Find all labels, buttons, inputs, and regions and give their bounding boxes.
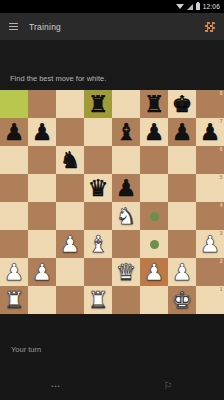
piece-black-pawn[interactable]: ♟ bbox=[28, 118, 56, 146]
square-h6[interactable]: 6 bbox=[196, 146, 224, 174]
square-b6[interactable] bbox=[28, 146, 56, 174]
page-title: Training bbox=[29, 22, 61, 32]
piece-black-rook[interactable]: ♜ bbox=[140, 90, 168, 118]
square-g5[interactable] bbox=[168, 174, 196, 202]
square-f4[interactable] bbox=[140, 202, 168, 230]
square-d3[interactable]: ♝ bbox=[84, 230, 112, 258]
square-f6[interactable] bbox=[140, 146, 168, 174]
battery-icon bbox=[196, 3, 200, 10]
piece-black-knight[interactable]: ♞ bbox=[56, 146, 84, 174]
square-d2[interactable] bbox=[84, 258, 112, 286]
square-h4[interactable]: 4 bbox=[196, 202, 224, 230]
square-e3[interactable] bbox=[112, 230, 140, 258]
chess-board[interactable]: ♜♜♚8♟♟♝♟♟7♟♞6♛♟5♞4♟♝3♟♟♟♛♟♟2♜♜♚1 bbox=[0, 90, 224, 314]
piece-black-pawn[interactable]: ♟ bbox=[168, 118, 196, 146]
piece-white-king[interactable]: ♚ bbox=[168, 286, 196, 314]
flag-icon[interactable]: ⚐ bbox=[164, 381, 173, 391]
square-e8[interactable] bbox=[112, 90, 140, 118]
piece-black-pawn[interactable]: ♟ bbox=[112, 174, 140, 202]
more-options-icon[interactable]: ••• bbox=[51, 383, 60, 389]
piece-white-knight[interactable]: ♞ bbox=[112, 202, 140, 230]
coord-rank-7: 7 bbox=[220, 119, 223, 124]
square-d5[interactable]: ♛ bbox=[84, 174, 112, 202]
piece-black-pawn[interactable]: ♟ bbox=[0, 118, 28, 146]
move-hint-dot-f3[interactable] bbox=[150, 240, 159, 249]
square-f2[interactable]: ♟ bbox=[140, 258, 168, 286]
piece-white-pawn[interactable]: ♟ bbox=[0, 258, 28, 286]
piece-black-bishop[interactable]: ♝ bbox=[112, 118, 140, 146]
square-e6[interactable] bbox=[112, 146, 140, 174]
piece-black-queen[interactable]: ♛ bbox=[84, 174, 112, 202]
square-g3[interactable] bbox=[168, 230, 196, 258]
square-d4[interactable] bbox=[84, 202, 112, 230]
square-e5[interactable]: ♟ bbox=[112, 174, 140, 202]
square-e2[interactable]: ♛ bbox=[112, 258, 140, 286]
piece-black-king[interactable]: ♚ bbox=[168, 90, 196, 118]
coord-rank-1: 1 bbox=[220, 287, 223, 292]
square-c4[interactable] bbox=[56, 202, 84, 230]
move-hint-dot-f4[interactable] bbox=[150, 212, 159, 221]
piece-black-pawn[interactable]: ♟ bbox=[140, 118, 168, 146]
piece-black-rook[interactable]: ♜ bbox=[84, 90, 112, 118]
coord-rank-2: 2 bbox=[220, 259, 223, 264]
bottom-toolbar: ••• ⚐ bbox=[0, 372, 224, 400]
square-h2[interactable]: 2 bbox=[196, 258, 224, 286]
square-f8[interactable]: ♜ bbox=[140, 90, 168, 118]
piece-white-pawn[interactable]: ♟ bbox=[56, 230, 84, 258]
square-c8[interactable] bbox=[56, 90, 84, 118]
square-b2[interactable]: ♟ bbox=[28, 258, 56, 286]
square-g4[interactable] bbox=[168, 202, 196, 230]
square-e7[interactable]: ♝ bbox=[112, 118, 140, 146]
square-b4[interactable] bbox=[28, 202, 56, 230]
square-g6[interactable] bbox=[168, 146, 196, 174]
square-d6[interactable] bbox=[84, 146, 112, 174]
piece-white-bishop[interactable]: ♝ bbox=[84, 230, 112, 258]
app-bar: Training bbox=[0, 13, 224, 40]
coord-rank-8: 8 bbox=[220, 91, 223, 96]
coord-rank-4: 4 bbox=[220, 203, 223, 208]
status-panel: Your turn ••• ⚐ bbox=[0, 314, 224, 400]
piece-white-rook[interactable]: ♜ bbox=[0, 286, 28, 314]
puzzle-prompt-area: Find the best move for white. bbox=[0, 40, 224, 90]
piece-white-rook[interactable]: ♜ bbox=[84, 286, 112, 314]
square-g2[interactable]: ♟ bbox=[168, 258, 196, 286]
square-b8[interactable] bbox=[28, 90, 56, 118]
coord-rank-5: 5 bbox=[220, 175, 223, 180]
square-d1[interactable]: ♜ bbox=[84, 286, 112, 314]
square-c3[interactable]: ♟ bbox=[56, 230, 84, 258]
square-b7[interactable]: ♟ bbox=[28, 118, 56, 146]
turn-indicator: Your turn bbox=[11, 345, 41, 354]
square-d7[interactable] bbox=[84, 118, 112, 146]
square-a5[interactable] bbox=[0, 174, 28, 202]
puzzle-prompt: Find the best move for white. bbox=[10, 74, 106, 83]
square-c7[interactable] bbox=[56, 118, 84, 146]
square-f1[interactable] bbox=[140, 286, 168, 314]
square-c1[interactable] bbox=[56, 286, 84, 314]
square-h7[interactable]: 7♟ bbox=[196, 118, 224, 146]
coord-rank-6: 6 bbox=[220, 147, 223, 152]
piece-white-pawn[interactable]: ♟ bbox=[140, 258, 168, 286]
piece-white-queen[interactable]: ♛ bbox=[112, 258, 140, 286]
square-h3[interactable]: 3♟ bbox=[196, 230, 224, 258]
wifi-icon bbox=[176, 4, 184, 9]
square-h8[interactable]: 8 bbox=[196, 90, 224, 118]
square-g1[interactable]: ♚ bbox=[168, 286, 196, 314]
square-b1[interactable] bbox=[28, 286, 56, 314]
square-c6[interactable]: ♞ bbox=[56, 146, 84, 174]
status-bar: 12:06 bbox=[0, 0, 224, 13]
square-e4[interactable]: ♞ bbox=[112, 202, 140, 230]
status-time: 12:06 bbox=[203, 3, 220, 10]
square-a2[interactable]: ♟ bbox=[0, 258, 28, 286]
square-g7[interactable]: ♟ bbox=[168, 118, 196, 146]
square-h5[interactable]: 5 bbox=[196, 174, 224, 202]
square-b3[interactable] bbox=[28, 230, 56, 258]
square-c2[interactable] bbox=[56, 258, 84, 286]
square-c5[interactable] bbox=[56, 174, 84, 202]
square-e1[interactable] bbox=[112, 286, 140, 314]
square-g8[interactable]: ♚ bbox=[168, 90, 196, 118]
square-a6[interactable] bbox=[0, 146, 28, 174]
square-f7[interactable]: ♟ bbox=[140, 118, 168, 146]
square-h1[interactable]: 1 bbox=[196, 286, 224, 314]
square-a4[interactable] bbox=[0, 202, 28, 230]
piece-white-pawn[interactable]: ♟ bbox=[168, 258, 196, 286]
signal-icon bbox=[187, 4, 193, 10]
square-a1[interactable]: ♜ bbox=[0, 286, 28, 314]
square-f5[interactable] bbox=[140, 174, 168, 202]
coord-rank-3: 3 bbox=[220, 231, 223, 236]
board-settings-icon[interactable] bbox=[205, 22, 215, 32]
square-d8[interactable]: ♜ bbox=[84, 90, 112, 118]
square-a3[interactable] bbox=[0, 230, 28, 258]
square-f3[interactable] bbox=[140, 230, 168, 258]
square-a7[interactable]: ♟ bbox=[0, 118, 28, 146]
menu-icon[interactable] bbox=[9, 23, 18, 31]
square-b5[interactable] bbox=[28, 174, 56, 202]
piece-white-pawn[interactable]: ♟ bbox=[28, 258, 56, 286]
square-a8[interactable] bbox=[0, 90, 28, 118]
